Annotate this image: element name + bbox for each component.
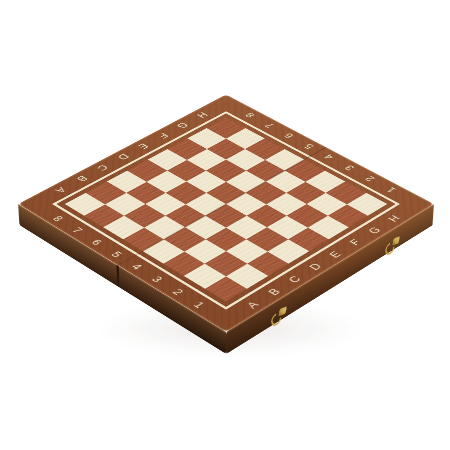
product-photo-stage: 87654321 87654321 HGFEDCBA HGFEDCBA bbox=[0, 0, 450, 450]
square-f2[interactable] bbox=[287, 204, 328, 227]
square-g1[interactable] bbox=[328, 204, 369, 227]
square-d2[interactable] bbox=[247, 227, 288, 251]
square-b6[interactable] bbox=[124, 204, 165, 227]
square-a6[interactable] bbox=[103, 216, 144, 240]
square-f1[interactable] bbox=[308, 216, 349, 240]
brass-latch-1 bbox=[385, 236, 400, 256]
square-c3[interactable] bbox=[205, 227, 246, 251]
square-d1[interactable] bbox=[268, 239, 310, 263]
square-b1[interactable] bbox=[226, 263, 268, 288]
square-c5[interactable] bbox=[165, 204, 206, 227]
square-a3[interactable] bbox=[163, 251, 205, 276]
square-e1[interactable] bbox=[288, 227, 329, 251]
square-d4[interactable] bbox=[206, 204, 247, 227]
square-b4[interactable] bbox=[164, 227, 205, 251]
square-d3[interactable] bbox=[226, 216, 267, 240]
folding-chess-board: 87654321 87654321 HGFEDCBA HGFEDCBA bbox=[18, 94, 434, 332]
brass-latch-2 bbox=[270, 306, 286, 327]
square-e2[interactable] bbox=[267, 216, 308, 240]
square-c2[interactable] bbox=[226, 239, 268, 263]
square-b2[interactable] bbox=[205, 251, 247, 276]
square-a4[interactable] bbox=[143, 239, 185, 263]
square-b5[interactable] bbox=[144, 216, 185, 240]
square-c1[interactable] bbox=[247, 251, 289, 276]
square-c4[interactable] bbox=[185, 216, 226, 240]
square-a2[interactable] bbox=[184, 263, 226, 288]
file-labels-near-edge: HGFEDCBA bbox=[233, 208, 412, 317]
board-top-face: 87654321 87654321 HGFEDCBA HGFEDCBA bbox=[18, 94, 434, 332]
scene-perspective: 87654321 87654321 HGFEDCBA HGFEDCBA bbox=[0, 0, 450, 450]
fold-seam-side bbox=[116, 265, 119, 288]
square-e3[interactable] bbox=[246, 204, 287, 227]
square-a1[interactable] bbox=[205, 276, 248, 302]
square-b3[interactable] bbox=[184, 239, 226, 263]
square-a7[interactable] bbox=[84, 204, 125, 227]
square-a5[interactable] bbox=[123, 227, 164, 251]
rank-labels-near-edge: 87654321 bbox=[40, 208, 219, 317]
